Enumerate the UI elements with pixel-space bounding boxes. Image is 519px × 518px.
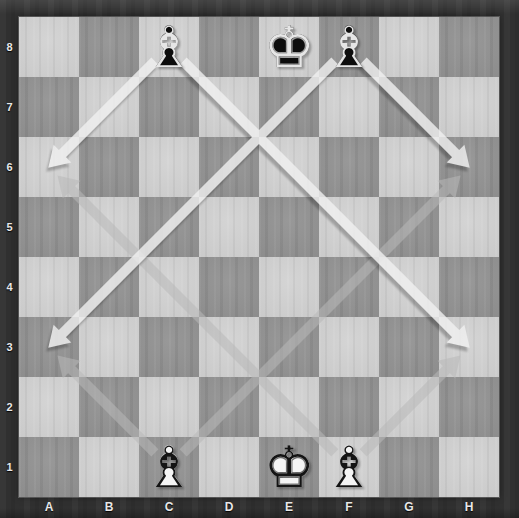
square-a4[interactable] — [19, 257, 79, 317]
square-g6[interactable] — [379, 137, 439, 197]
square-e4[interactable] — [259, 257, 319, 317]
square-d5[interactable] — [199, 197, 259, 257]
chess-diagram: ♝♗♚♔♝♗♝♗♚♔♝♗ 87654321ABCDEFGH — [0, 0, 519, 518]
black-king-outline: ♔ — [259, 17, 319, 77]
square-e7[interactable] — [259, 77, 319, 137]
square-h8[interactable] — [439, 17, 499, 77]
square-b2[interactable] — [79, 377, 139, 437]
square-h2[interactable] — [439, 377, 499, 437]
square-g3[interactable] — [379, 317, 439, 377]
square-h6[interactable] — [439, 137, 499, 197]
square-d3[interactable] — [199, 317, 259, 377]
squares-grid — [19, 17, 499, 497]
square-a7[interactable] — [19, 77, 79, 137]
square-f2[interactable] — [319, 377, 379, 437]
square-b6[interactable] — [79, 137, 139, 197]
square-a6[interactable] — [19, 137, 79, 197]
square-h1[interactable] — [439, 437, 499, 497]
square-e3[interactable] — [259, 317, 319, 377]
square-c5[interactable] — [139, 197, 199, 257]
square-b8[interactable] — [79, 17, 139, 77]
square-b1[interactable] — [79, 437, 139, 497]
square-b5[interactable] — [79, 197, 139, 257]
piece-black-bishop-f8[interactable]: ♝♗ — [319, 17, 379, 77]
square-f3[interactable] — [319, 317, 379, 377]
square-d4[interactable] — [199, 257, 259, 317]
square-c4[interactable] — [139, 257, 199, 317]
square-c2[interactable] — [139, 377, 199, 437]
square-c7[interactable] — [139, 77, 199, 137]
square-d1[interactable] — [199, 437, 259, 497]
white-bishop-outline: ♗ — [319, 437, 379, 497]
square-b7[interactable] — [79, 77, 139, 137]
square-a3[interactable] — [19, 317, 79, 377]
piece-white-bishop-f1[interactable]: ♝♗ — [319, 437, 379, 497]
square-f5[interactable] — [319, 197, 379, 257]
square-f6[interactable] — [319, 137, 379, 197]
square-d7[interactable] — [199, 77, 259, 137]
square-g5[interactable] — [379, 197, 439, 257]
square-a1[interactable] — [19, 437, 79, 497]
black-bishop-outline: ♗ — [139, 17, 199, 77]
square-g2[interactable] — [379, 377, 439, 437]
piece-white-king-e1[interactable]: ♚♔ — [259, 437, 319, 497]
piece-white-bishop-c1[interactable]: ♝♗ — [139, 437, 199, 497]
piece-black-king-e8[interactable]: ♚♔ — [259, 17, 319, 77]
square-d8[interactable] — [199, 17, 259, 77]
square-h4[interactable] — [439, 257, 499, 317]
square-a5[interactable] — [19, 197, 79, 257]
square-d2[interactable] — [199, 377, 259, 437]
chessboard — [19, 17, 499, 497]
square-e2[interactable] — [259, 377, 319, 437]
square-g8[interactable] — [379, 17, 439, 77]
square-b3[interactable] — [79, 317, 139, 377]
square-h3[interactable] — [439, 317, 499, 377]
square-d6[interactable] — [199, 137, 259, 197]
square-f4[interactable] — [319, 257, 379, 317]
square-e5[interactable] — [259, 197, 319, 257]
square-a8[interactable] — [19, 17, 79, 77]
white-bishop-outline: ♗ — [139, 437, 199, 497]
black-bishop-outline: ♗ — [319, 17, 379, 77]
square-e6[interactable] — [259, 137, 319, 197]
square-a2[interactable] — [19, 377, 79, 437]
square-h7[interactable] — [439, 77, 499, 137]
square-g1[interactable] — [379, 437, 439, 497]
white-king-outline: ♔ — [259, 437, 319, 497]
square-g4[interactable] — [379, 257, 439, 317]
square-c3[interactable] — [139, 317, 199, 377]
square-f7[interactable] — [319, 77, 379, 137]
square-h5[interactable] — [439, 197, 499, 257]
square-b4[interactable] — [79, 257, 139, 317]
square-c6[interactable] — [139, 137, 199, 197]
piece-black-bishop-c8[interactable]: ♝♗ — [139, 17, 199, 77]
square-g7[interactable] — [379, 77, 439, 137]
